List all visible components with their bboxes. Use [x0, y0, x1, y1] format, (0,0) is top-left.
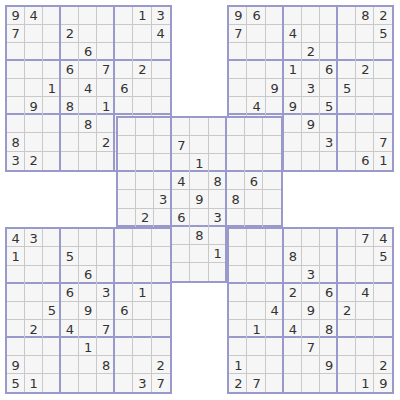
- cell-r7c10-empty[interactable]: [172, 118, 190, 136]
- cell-r13c14-empty[interactable]: [247, 229, 265, 247]
- cell-r7c20-empty[interactable]: [356, 115, 374, 133]
- cell-r11c8-empty[interactable]: [136, 190, 154, 208]
- cell-r3c16-empty[interactable]: [284, 43, 302, 61]
- cell-r14c6-empty[interactable]: [97, 247, 115, 265]
- cell-r18c9-empty[interactable]: [152, 320, 170, 338]
- cell-r6c1-empty[interactable]: [7, 97, 25, 115]
- cell-r9c8-empty[interactable]: [136, 154, 154, 172]
- cell-r2c13-given-digit: 7: [229, 25, 247, 43]
- cell-r3c6-empty[interactable]: [97, 43, 115, 61]
- cell-r19c20-empty[interactable]: [356, 338, 374, 356]
- cell-r7c13-empty[interactable]: [227, 118, 245, 136]
- cell-r1c18-empty[interactable]: [320, 7, 338, 25]
- cell-r15c9-empty[interactable]: [152, 266, 170, 284]
- cell-r20c2-empty[interactable]: [25, 356, 43, 374]
- cell-r19c3-empty[interactable]: [43, 338, 61, 356]
- cell-r1c6-empty[interactable]: [97, 7, 115, 25]
- cell-r3c14-empty[interactable]: [247, 43, 265, 61]
- cell-r18c19-empty[interactable]: [338, 320, 356, 338]
- cell-r10c8-empty[interactable]: [136, 172, 154, 190]
- cell-r15c6-empty[interactable]: [97, 266, 115, 284]
- cell-r19c18-empty[interactable]: [320, 338, 338, 356]
- cell-r9c5-empty[interactable]: [79, 152, 97, 170]
- cell-r3c9-empty[interactable]: [152, 43, 170, 61]
- cell-r12c9-empty[interactable]: [154, 209, 172, 227]
- cell-r13c7-empty[interactable]: [115, 229, 133, 247]
- cell-r15c21-empty[interactable]: [374, 266, 392, 284]
- cell-r16c3-empty[interactable]: [43, 284, 61, 302]
- cell-r7c15-empty[interactable]: [263, 118, 281, 136]
- cell-r17c9-empty[interactable]: [152, 302, 170, 320]
- cell-r8c3-empty[interactable]: [43, 133, 61, 151]
- cell-r16c1-empty[interactable]: [7, 284, 25, 302]
- cell-r15c14-empty[interactable]: [247, 266, 265, 284]
- cell-r20c14-empty[interactable]: [247, 356, 265, 374]
- cell-r11c10-empty[interactable]: [172, 190, 190, 208]
- cell-r13c4-empty[interactable]: [61, 229, 79, 247]
- cell-r18c20-empty[interactable]: [356, 320, 374, 338]
- cell-r7c12-empty[interactable]: [209, 118, 227, 136]
- cell-r20c8-empty[interactable]: [133, 356, 151, 374]
- cell-r9c15-empty[interactable]: [263, 154, 281, 172]
- cell-r20c19-empty[interactable]: [338, 356, 356, 374]
- cell-r16c7-empty[interactable]: [115, 284, 133, 302]
- cell-r2c19-empty[interactable]: [338, 25, 356, 43]
- cell-r17c6-empty[interactable]: [97, 302, 115, 320]
- cell-r21c7-empty[interactable]: [115, 374, 133, 392]
- cell-r7c6-empty[interactable]: [97, 115, 115, 133]
- cell-r15c5-given-digit: 6: [79, 266, 97, 284]
- cell-r2c9-given-digit: 4: [152, 25, 170, 43]
- cell-r6c8-empty[interactable]: [133, 97, 151, 115]
- cell-r13c3-empty[interactable]: [43, 229, 61, 247]
- cell-r3c4-empty[interactable]: [61, 43, 79, 61]
- cell-r15c19-empty[interactable]: [338, 266, 356, 284]
- cell-r9c21-given-digit: 1: [374, 152, 392, 170]
- cell-r5c20-empty[interactable]: [356, 79, 374, 97]
- cell-r15c16-empty[interactable]: [284, 266, 302, 284]
- cell-r8c11-empty[interactable]: [190, 136, 208, 154]
- cell-r3c8-empty[interactable]: [133, 43, 151, 61]
- cell-r13c13-empty[interactable]: [229, 229, 247, 247]
- cell-r2c6-empty[interactable]: [97, 25, 115, 43]
- cell-r11c15-empty[interactable]: [263, 190, 281, 208]
- cell-r13c18-empty[interactable]: [320, 229, 338, 247]
- cell-r14c2-empty[interactable]: [25, 247, 43, 265]
- cell-r10c7-empty[interactable]: [118, 172, 136, 190]
- cell-r2c20-empty[interactable]: [356, 25, 374, 43]
- cell-r14c18-empty[interactable]: [320, 247, 338, 265]
- cell-r17c2-empty[interactable]: [25, 302, 43, 320]
- cell-r17c14-empty[interactable]: [247, 302, 265, 320]
- cell-r9c14-empty[interactable]: [245, 154, 263, 172]
- cell-r8c20-empty[interactable]: [356, 133, 374, 151]
- cell-r5c6-empty[interactable]: [97, 79, 115, 97]
- cell-r9c10-empty[interactable]: [172, 154, 190, 172]
- cell-r5c8-empty[interactable]: [133, 79, 151, 97]
- cell-r5c21-empty[interactable]: [374, 79, 392, 97]
- cell-r20c4-empty[interactable]: [61, 356, 79, 374]
- cell-r15c12-empty[interactable]: [209, 263, 227, 281]
- cell-r4c16-given-digit: 1: [284, 61, 302, 79]
- cell-r6c17-empty[interactable]: [302, 97, 320, 115]
- cell-r15c8-empty[interactable]: [133, 266, 151, 284]
- cell-r3c21-empty[interactable]: [374, 43, 392, 61]
- cell-r18c1-empty[interactable]: [7, 320, 25, 338]
- cell-r6c21-empty[interactable]: [374, 97, 392, 115]
- cell-r5c18-empty[interactable]: [320, 79, 338, 97]
- cell-r9c7-empty[interactable]: [118, 154, 136, 172]
- cell-r19c1-empty[interactable]: [7, 338, 25, 356]
- samurai-sudoku-board: 9413724667214698188232968274521629354959…: [0, 0, 400, 400]
- cell-r2c8-empty[interactable]: [133, 25, 151, 43]
- cell-r19c16-empty[interactable]: [284, 338, 302, 356]
- cell-r3c2-empty[interactable]: [25, 43, 43, 61]
- cell-r4c9-empty[interactable]: [152, 61, 170, 79]
- cell-r1c1-given-digit: 9: [7, 7, 25, 25]
- cell-r7c2-empty[interactable]: [25, 115, 43, 133]
- cell-r8c19-empty[interactable]: [338, 133, 356, 151]
- cell-r4c1-empty[interactable]: [7, 61, 25, 79]
- cell-r9c6-empty[interactable]: [97, 152, 115, 170]
- cell-r8c6-given-digit: 2: [97, 133, 115, 151]
- cell-r2c2-empty[interactable]: [25, 25, 43, 43]
- cell-r5c5-given-digit: 4: [79, 79, 97, 97]
- cell-r15c4-empty[interactable]: [61, 266, 79, 284]
- cell-r14c19-empty[interactable]: [338, 247, 356, 265]
- cell-r17c16-empty[interactable]: [284, 302, 302, 320]
- cell-r16c6-given-digit: 3: [97, 284, 115, 302]
- cell-r3c20-empty[interactable]: [356, 43, 374, 61]
- cell-r17c13-empty[interactable]: [229, 302, 247, 320]
- cell-r14c15-empty[interactable]: [266, 247, 284, 265]
- cell-r8c9-empty[interactable]: [154, 136, 172, 154]
- cell-r9c1-given-digit: 3: [7, 152, 25, 170]
- cell-r10c13-empty[interactable]: [227, 172, 245, 190]
- cell-r13c1-given-digit: 4: [7, 229, 25, 247]
- cell-r8c16-empty[interactable]: [284, 133, 302, 151]
- cell-r7c19-empty[interactable]: [338, 115, 356, 133]
- cell-r12c13-empty[interactable]: [227, 209, 245, 227]
- cell-r15c20-empty[interactable]: [356, 266, 374, 284]
- cell-r11c14-empty[interactable]: [245, 190, 263, 208]
- cell-r7c3-empty[interactable]: [43, 115, 61, 133]
- cell-r15c2-empty[interactable]: [25, 266, 43, 284]
- cell-r6c4-given-digit: 8: [61, 97, 79, 115]
- cell-r14c14-empty[interactable]: [247, 247, 265, 265]
- cell-r18c15-empty[interactable]: [266, 320, 284, 338]
- cell-r14c13-empty[interactable]: [229, 247, 247, 265]
- cell-r7c7-empty[interactable]: [118, 118, 136, 136]
- cell-r21c3-empty[interactable]: [43, 374, 61, 392]
- cell-r19c8-empty[interactable]: [133, 338, 151, 356]
- cell-r14c16-given-digit: 8: [284, 247, 302, 265]
- cell-r17c1-empty[interactable]: [7, 302, 25, 320]
- cell-r10c15-empty[interactable]: [263, 172, 281, 190]
- cell-r14c17-empty[interactable]: [302, 247, 320, 265]
- cell-r4c7-empty[interactable]: [115, 61, 133, 79]
- cell-r15c18-empty[interactable]: [320, 266, 338, 284]
- cell-r2c4-given-digit: 2: [61, 25, 79, 43]
- cell-r2c18-empty[interactable]: [320, 25, 338, 43]
- cell-r18c21-empty[interactable]: [374, 320, 392, 338]
- cell-r5c16-empty[interactable]: [284, 79, 302, 97]
- cell-r18c17-empty[interactable]: [302, 320, 320, 338]
- cell-r8c12-empty[interactable]: [209, 136, 227, 154]
- cell-r14c9-empty[interactable]: [152, 247, 170, 265]
- cell-r18c5-empty[interactable]: [79, 320, 97, 338]
- cell-r15c1-empty[interactable]: [7, 266, 25, 284]
- cell-r1c16-empty[interactable]: [284, 7, 302, 25]
- cell-r17c8-empty[interactable]: [133, 302, 151, 320]
- cell-r7c14-empty[interactable]: [245, 118, 263, 136]
- cell-r4c2-empty[interactable]: [25, 61, 43, 79]
- cell-r8c8-empty[interactable]: [136, 136, 154, 154]
- cell-r21c1-given-digit: 5: [7, 374, 25, 392]
- cell-r17c18-empty[interactable]: [320, 302, 338, 320]
- cell-r13c16-empty[interactable]: [284, 229, 302, 247]
- cell-r12c14-empty[interactable]: [245, 209, 263, 227]
- cell-r21c17-empty[interactable]: [302, 374, 320, 392]
- cell-r9c19-empty[interactable]: [338, 152, 356, 170]
- cell-r20c20-empty[interactable]: [356, 356, 374, 374]
- cell-r1c5-empty[interactable]: [79, 7, 97, 25]
- cell-r3c18-empty[interactable]: [320, 43, 338, 61]
- cell-r13c5-empty[interactable]: [79, 229, 97, 247]
- cell-r4c21-empty[interactable]: [374, 61, 392, 79]
- cell-r14c11-empty[interactable]: [190, 245, 208, 263]
- cell-r4c4-given-digit: 6: [61, 61, 79, 79]
- cell-r1c19-empty[interactable]: [338, 7, 356, 25]
- cell-r6c19-empty[interactable]: [338, 97, 356, 115]
- cell-r15c7-empty[interactable]: [115, 266, 133, 284]
- cell-r21c5-empty[interactable]: [79, 374, 97, 392]
- cell-r9c9-empty[interactable]: [154, 154, 172, 172]
- cell-r19c15-empty[interactable]: [266, 338, 284, 356]
- cell-r19c6-empty[interactable]: [97, 338, 115, 356]
- cell-r16c14-empty[interactable]: [247, 284, 265, 302]
- cell-r15c10-empty[interactable]: [172, 263, 190, 281]
- cell-r7c18-empty[interactable]: [320, 115, 338, 133]
- cell-r6c3-empty[interactable]: [43, 97, 61, 115]
- cell-r13c6-empty[interactable]: [97, 229, 115, 247]
- cell-r4c14-empty[interactable]: [247, 61, 265, 79]
- cell-r16c5-empty[interactable]: [79, 284, 97, 302]
- cell-r19c17-given-digit: 7: [302, 338, 320, 356]
- cell-r9c3-empty[interactable]: [43, 152, 61, 170]
- cell-r14c5-empty[interactable]: [79, 247, 97, 265]
- cell-r14c3-empty[interactable]: [43, 247, 61, 265]
- cell-r13c10-empty[interactable]: [172, 227, 190, 245]
- cell-r19c2-empty[interactable]: [25, 338, 43, 356]
- cell-r6c9-empty[interactable]: [152, 97, 170, 115]
- cell-r18c13-empty[interactable]: [229, 320, 247, 338]
- cell-r3c7-empty[interactable]: [115, 43, 133, 61]
- cell-r10c11-empty[interactable]: [190, 172, 208, 190]
- cell-r9c13-empty[interactable]: [227, 154, 245, 172]
- cell-r6c15-empty[interactable]: [266, 97, 284, 115]
- cell-r4c19-empty[interactable]: [338, 61, 356, 79]
- cell-r19c13-empty[interactable]: [229, 338, 247, 356]
- cell-r13c20-given-digit: 7: [356, 229, 374, 247]
- cell-r21c19-empty[interactable]: [338, 374, 356, 392]
- cell-r13c17-empty[interactable]: [302, 229, 320, 247]
- cell-r3c13-empty[interactable]: [229, 43, 247, 61]
- cell-r4c5-empty[interactable]: [79, 61, 97, 79]
- cell-r2c17-empty[interactable]: [302, 25, 320, 43]
- cell-r17c20-empty[interactable]: [356, 302, 374, 320]
- cell-r17c15-given-digit: 4: [266, 302, 284, 320]
- cell-r9c18-empty[interactable]: [320, 152, 338, 170]
- cell-r19c5-given-digit: 1: [79, 338, 97, 356]
- cell-r13c19-empty[interactable]: [338, 229, 356, 247]
- cell-r2c5-empty[interactable]: [79, 25, 97, 43]
- cell-r1c7-empty[interactable]: [115, 7, 133, 25]
- cell-r16c15-empty[interactable]: [266, 284, 284, 302]
- cell-r2c3-empty[interactable]: [43, 25, 61, 43]
- cell-r2c14-empty[interactable]: [247, 25, 265, 43]
- cell-r3c19-empty[interactable]: [338, 43, 356, 61]
- cell-r4c15-empty[interactable]: [266, 61, 284, 79]
- cell-r14c8-empty[interactable]: [133, 247, 151, 265]
- cell-r13c8-empty[interactable]: [133, 229, 151, 247]
- cell-r8c17-empty[interactable]: [302, 133, 320, 151]
- cell-r21c16-empty[interactable]: [284, 374, 302, 392]
- cell-r1c13-given-digit: 9: [229, 7, 247, 25]
- cell-r20c5-empty[interactable]: [79, 356, 97, 374]
- cell-r13c12-empty[interactable]: [209, 227, 227, 245]
- cell-r5c14-empty[interactable]: [247, 79, 265, 97]
- cell-r8c14-empty[interactable]: [245, 136, 263, 154]
- cell-r19c14-empty[interactable]: [247, 338, 265, 356]
- cell-r20c17-empty[interactable]: [302, 356, 320, 374]
- cell-r8c13-empty[interactable]: [227, 136, 245, 154]
- cell-r5c9-empty[interactable]: [152, 79, 170, 97]
- cell-r20c3-empty[interactable]: [43, 356, 61, 374]
- cell-r19c9-empty[interactable]: [152, 338, 170, 356]
- cell-r5c1-empty[interactable]: [7, 79, 25, 97]
- cell-r8c4-empty[interactable]: [61, 133, 79, 151]
- cell-r15c11-empty[interactable]: [190, 263, 208, 281]
- cell-r8c15-empty[interactable]: [263, 136, 281, 154]
- cell-r1c17-empty[interactable]: [302, 7, 320, 25]
- cell-r14c21-given-digit: 5: [374, 247, 392, 265]
- cell-r4c3-empty[interactable]: [43, 61, 61, 79]
- cell-r13c9-empty[interactable]: [152, 229, 170, 247]
- cell-r7c11-empty[interactable]: [190, 118, 208, 136]
- cell-r1c3-empty[interactable]: [43, 7, 61, 25]
- cell-r18c3-empty[interactable]: [43, 320, 61, 338]
- cell-r6c13-empty[interactable]: [229, 97, 247, 115]
- cell-r8c5-empty[interactable]: [79, 133, 97, 151]
- cell-r9c16-empty[interactable]: [284, 152, 302, 170]
- cell-r13c15-empty[interactable]: [266, 229, 284, 247]
- cell-r7c8-empty[interactable]: [136, 118, 154, 136]
- cell-r16c13-empty[interactable]: [229, 284, 247, 302]
- cell-r15c15-empty[interactable]: [266, 266, 284, 284]
- cell-r1c2-given-digit: 4: [25, 7, 43, 25]
- cell-r5c4-empty[interactable]: [61, 79, 79, 97]
- cell-r18c8-empty[interactable]: [133, 320, 151, 338]
- cell-r9c4-empty[interactable]: [61, 152, 79, 170]
- cell-r7c21-empty[interactable]: [374, 115, 392, 133]
- cell-r12c11-empty[interactable]: [190, 209, 208, 227]
- cell-r16c21-empty[interactable]: [374, 284, 392, 302]
- cell-r21c4-empty[interactable]: [61, 374, 79, 392]
- cell-r3c15-empty[interactable]: [266, 43, 284, 61]
- cell-r10c9-empty[interactable]: [154, 172, 172, 190]
- cell-r12c7-empty[interactable]: [118, 209, 136, 227]
- cell-r20c15-empty[interactable]: [266, 356, 284, 374]
- cell-r8c2-empty[interactable]: [25, 133, 43, 151]
- cell-r14c20-empty[interactable]: [356, 247, 374, 265]
- cell-r4c13-empty[interactable]: [229, 61, 247, 79]
- cell-r2c15-empty[interactable]: [266, 25, 284, 43]
- cell-r20c6-given-digit: 8: [97, 356, 115, 374]
- cell-r9c12-empty[interactable]: [209, 154, 227, 172]
- cell-r14c10-empty[interactable]: [172, 245, 190, 263]
- cell-r6c5-empty[interactable]: [79, 97, 97, 115]
- cell-r4c8-given-digit: 2: [133, 61, 151, 79]
- cell-r18c7-empty[interactable]: [115, 320, 133, 338]
- cell-r19c4-empty[interactable]: [61, 338, 79, 356]
- cell-r21c18-empty[interactable]: [320, 374, 338, 392]
- cell-r16c19-empty[interactable]: [338, 284, 356, 302]
- cell-r20c7-empty[interactable]: [115, 356, 133, 374]
- cell-r17c4-empty[interactable]: [61, 302, 79, 320]
- cell-r11c12-empty[interactable]: [209, 190, 227, 208]
- cell-r20c16-empty[interactable]: [284, 356, 302, 374]
- cell-r16c17-empty[interactable]: [302, 284, 320, 302]
- cell-r19c7-empty[interactable]: [115, 338, 133, 356]
- cell-r7c4-empty[interactable]: [61, 115, 79, 133]
- cell-r1c15-empty[interactable]: [266, 7, 284, 25]
- cell-r7c1-empty[interactable]: [7, 115, 25, 133]
- cell-r1c4-empty[interactable]: [61, 7, 79, 25]
- cell-r6c20-empty[interactable]: [356, 97, 374, 115]
- cell-r21c15-empty[interactable]: [266, 374, 284, 392]
- cell-r3c3-empty[interactable]: [43, 43, 61, 61]
- cell-r18c4-given-digit: 4: [61, 320, 79, 338]
- cell-r8c7-empty[interactable]: [118, 136, 136, 154]
- cell-r14c12-given-digit: 1: [209, 245, 227, 263]
- cell-r5c2-empty[interactable]: [25, 79, 43, 97]
- cell-r7c9-empty[interactable]: [154, 118, 172, 136]
- cell-r19c21-empty[interactable]: [374, 338, 392, 356]
- cell-r19c19-empty[interactable]: [338, 338, 356, 356]
- cell-r5c13-empty[interactable]: [229, 79, 247, 97]
- cell-r16c16-given-digit: 2: [284, 284, 302, 302]
- cell-r6c7-empty[interactable]: [115, 97, 133, 115]
- cell-r14c7-empty[interactable]: [115, 247, 133, 265]
- cell-r9c17-empty[interactable]: [302, 152, 320, 170]
- cell-r11c7-empty[interactable]: [118, 190, 136, 208]
- cell-r16c2-empty[interactable]: [25, 284, 43, 302]
- cell-r15c3-empty[interactable]: [43, 266, 61, 284]
- cell-r10c12-given-digit: 8: [209, 172, 227, 190]
- cell-r3c1-empty[interactable]: [7, 43, 25, 61]
- cell-r17c21-empty[interactable]: [374, 302, 392, 320]
- cell-r21c6-empty[interactable]: [97, 374, 115, 392]
- cell-r1c21-given-digit: 2: [374, 7, 392, 25]
- cell-r2c7-empty[interactable]: [115, 25, 133, 43]
- cell-r4c20-given-digit: 2: [356, 61, 374, 79]
- cell-r16c9-empty[interactable]: [152, 284, 170, 302]
- cell-r7c16-empty[interactable]: [284, 115, 302, 133]
- cell-r15c13-empty[interactable]: [229, 266, 247, 284]
- cell-r4c17-empty[interactable]: [302, 61, 320, 79]
- cell-r12c15-empty[interactable]: [263, 209, 281, 227]
